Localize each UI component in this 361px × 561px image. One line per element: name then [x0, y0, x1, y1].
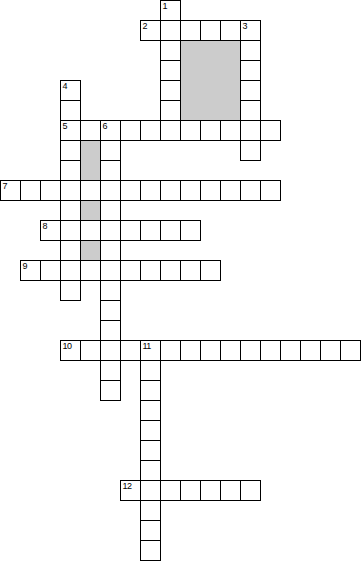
clue-number: 9 — [23, 262, 28, 271]
cell-r24-c8[interactable] — [160, 480, 181, 501]
cell-r24-c11[interactable] — [220, 480, 241, 501]
cell-r24-c12[interactable] — [240, 480, 261, 501]
clue-number: 6 — [103, 122, 108, 131]
clue-number: 2 — [143, 22, 148, 31]
cell-r9-c3[interactable] — [60, 180, 81, 201]
cell-r10-c5[interactable] — [100, 200, 121, 221]
cell-r17-c8[interactable] — [160, 340, 181, 361]
cell-r9-c1[interactable] — [20, 180, 41, 201]
cell-r17-c9[interactable] — [180, 340, 201, 361]
cell-r11-c7[interactable] — [140, 220, 161, 241]
cell-r8-c3[interactable] — [60, 160, 81, 181]
cell-r2-c8[interactable] — [160, 40, 181, 61]
clue-number: 7 — [3, 182, 8, 191]
cell-r17-c4[interactable] — [80, 340, 101, 361]
cell-r17-c11[interactable] — [220, 340, 241, 361]
cell-r3-c8[interactable] — [160, 60, 181, 81]
cell-r1-c10[interactable] — [200, 20, 221, 41]
clue-number: 3 — [243, 22, 248, 31]
cell-r25-c7[interactable] — [140, 500, 161, 521]
crossword-board: 123456789101112 — [0, 0, 361, 561]
cell-r27-c7[interactable] — [140, 540, 161, 561]
cell-r13-c9[interactable] — [180, 260, 201, 281]
cell-r9-c10[interactable] — [200, 180, 221, 201]
clue-number: 10 — [63, 342, 72, 351]
cell-r9-c4[interactable] — [80, 180, 101, 201]
cell-r21-c7[interactable] — [140, 420, 161, 441]
cell-r9-c7[interactable] — [140, 180, 161, 201]
cell-r14-c5[interactable] — [100, 280, 121, 301]
cell-r9-c8[interactable] — [160, 180, 181, 201]
cell-r11-c3[interactable] — [60, 220, 81, 241]
cell-r6-c3[interactable]: 5 — [60, 120, 81, 141]
cell-r7-c12[interactable] — [240, 140, 261, 161]
cell-r17-c15[interactable] — [300, 340, 321, 361]
cell-r9-c2[interactable] — [40, 180, 61, 201]
cell-r7-c3[interactable] — [60, 140, 81, 161]
cell-r9-c6[interactable] — [120, 180, 141, 201]
cell-r13-c7[interactable] — [140, 260, 161, 281]
cell-r6-c4[interactable] — [80, 120, 101, 141]
cell-r17-c14[interactable] — [280, 340, 301, 361]
cell-r17-c12[interactable] — [240, 340, 261, 361]
cell-r9-c0[interactable]: 7 — [0, 180, 21, 201]
cell-r17-c17[interactable] — [340, 340, 361, 361]
cell-r4-c3[interactable]: 4 — [60, 80, 81, 101]
clue-number: 1 — [163, 2, 168, 11]
cell-r9-c12[interactable] — [240, 180, 261, 201]
cell-r2-c12[interactable] — [240, 40, 261, 61]
cell-r5-c12[interactable] — [240, 100, 261, 121]
cell-r6-c8[interactable] — [160, 120, 181, 141]
cell-r18-c5[interactable] — [100, 360, 121, 381]
cell-r22-c7[interactable] — [140, 440, 161, 461]
cell-r13-c4[interactable] — [80, 260, 101, 281]
cell-r9-c11[interactable] — [220, 180, 241, 201]
cell-r24-c9[interactable] — [180, 480, 201, 501]
cell-r4-c12[interactable] — [240, 80, 261, 101]
cell-r10-c3[interactable] — [60, 200, 81, 221]
cell-r16-c5[interactable] — [100, 320, 121, 341]
cell-r26-c7[interactable] — [140, 520, 161, 541]
clue-number: 12 — [123, 482, 132, 491]
cell-r13-c6[interactable] — [120, 260, 141, 281]
cell-r17-c6[interactable] — [120, 340, 141, 361]
cell-r6-c7[interactable] — [140, 120, 161, 141]
clue-number: 4 — [63, 82, 68, 91]
clue-number: 5 — [63, 122, 68, 131]
cell-r6-c13[interactable] — [260, 120, 281, 141]
cell-r9-c9[interactable] — [180, 180, 201, 201]
cell-r5-c3[interactable] — [60, 100, 81, 121]
cell-r5-c8[interactable] — [160, 100, 181, 121]
cell-r19-c5[interactable] — [100, 380, 121, 401]
cell-r14-c3[interactable] — [60, 280, 81, 301]
cell-r9-c13[interactable] — [260, 180, 281, 201]
shaded-block — [80, 140, 101, 181]
cell-r11-c4[interactable] — [80, 220, 101, 241]
cell-r15-c5[interactable] — [100, 300, 121, 321]
cell-r24-c10[interactable] — [200, 480, 221, 501]
cell-r9-c5[interactable] — [100, 180, 121, 201]
cell-r17-c5[interactable] — [100, 340, 121, 361]
cell-r1-c8[interactable] — [160, 20, 181, 41]
cell-r17-c7[interactable]: 11 — [140, 340, 161, 361]
cell-r7-c5[interactable] — [100, 140, 121, 161]
cell-r23-c7[interactable] — [140, 460, 161, 481]
cell-r19-c7[interactable] — [140, 380, 161, 401]
cell-r4-c8[interactable] — [160, 80, 181, 101]
cell-r13-c10[interactable] — [200, 260, 221, 281]
shaded-block — [80, 200, 101, 221]
cell-r11-c8[interactable] — [160, 220, 181, 241]
cell-r6-c10[interactable] — [200, 120, 221, 141]
cell-r24-c6[interactable]: 12 — [120, 480, 141, 501]
shaded-block — [80, 240, 101, 261]
cell-r1-c9[interactable] — [180, 20, 201, 41]
cell-r11-c9[interactable] — [180, 220, 201, 241]
cell-r6-c9[interactable] — [180, 120, 201, 141]
cell-r1-c11[interactable] — [220, 20, 241, 41]
cell-r3-c12[interactable] — [240, 60, 261, 81]
cell-r11-c5[interactable] — [100, 220, 121, 241]
cell-r6-c11[interactable] — [220, 120, 241, 141]
clue-number: 8 — [43, 222, 48, 231]
cell-r12-c3[interactable] — [60, 240, 81, 261]
cell-r1-c12[interactable]: 3 — [240, 20, 261, 41]
cell-r8-c5[interactable] — [100, 160, 121, 181]
cell-r17-c13[interactable] — [260, 340, 281, 361]
shaded-block — [180, 40, 241, 121]
clue-number: 11 — [143, 342, 151, 351]
cell-r6-c12[interactable] — [240, 120, 261, 141]
cell-r12-c5[interactable] — [100, 240, 121, 261]
cell-r0-c8[interactable]: 1 — [160, 0, 181, 21]
cell-r20-c7[interactable] — [140, 400, 161, 421]
cell-r13-c1[interactable]: 9 — [20, 260, 41, 281]
cell-r18-c7[interactable] — [140, 360, 161, 381]
cell-r11-c6[interactable] — [120, 220, 141, 241]
cell-r6-c6[interactable] — [120, 120, 141, 141]
cell-r13-c5[interactable] — [100, 260, 121, 281]
cell-r17-c10[interactable] — [200, 340, 221, 361]
cell-r17-c3[interactable]: 10 — [60, 340, 81, 361]
cell-r13-c3[interactable] — [60, 260, 81, 281]
cell-r1-c7[interactable]: 2 — [140, 20, 161, 41]
cell-r6-c5[interactable]: 6 — [100, 120, 121, 141]
cell-r17-c16[interactable] — [320, 340, 341, 361]
cell-r13-c2[interactable] — [40, 260, 61, 281]
cell-r24-c7[interactable] — [140, 480, 161, 501]
cell-r13-c8[interactable] — [160, 260, 181, 281]
cell-r11-c2[interactable]: 8 — [40, 220, 61, 241]
